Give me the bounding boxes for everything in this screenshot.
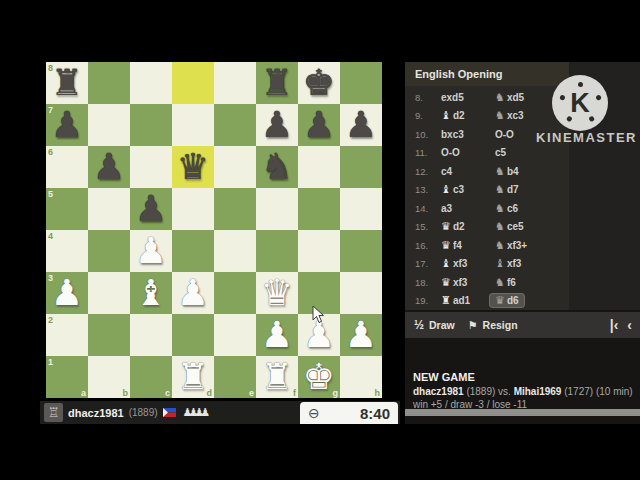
rank-label: 6: [48, 147, 53, 157]
move-white[interactable]: O-O: [441, 147, 495, 158]
square-c1[interactable]: c: [130, 356, 172, 398]
white-pawn-d3[interactable]: ♟: [172, 272, 214, 314]
bishop-icon: ♝: [495, 258, 505, 269]
move-text: xc3: [507, 110, 524, 121]
move-white[interactable]: c4: [441, 166, 495, 177]
move-row: 18.♛xf3♞f6: [405, 273, 640, 292]
square-c3[interactable]: ♝: [130, 272, 172, 314]
queen-icon: ♛: [495, 295, 505, 306]
square-h6[interactable]: [340, 146, 382, 188]
move-text: xf3+: [507, 240, 527, 251]
square-c6[interactable]: [130, 146, 172, 188]
move-row: 17.♝xf3♝xf3: [405, 255, 640, 274]
square-g7[interactable]: ♟: [298, 104, 340, 146]
file-label: b: [123, 388, 129, 398]
move-black[interactable]: ♞f6: [495, 277, 516, 288]
square-b7[interactable]: [88, 104, 130, 146]
square-d7[interactable]: [172, 104, 214, 146]
queen-icon: ♛: [441, 277, 451, 288]
move-row: 11.O-Oc5: [405, 144, 640, 163]
move-number: 11.: [415, 147, 441, 158]
move-black[interactable]: ♞xd5: [495, 92, 524, 103]
square-f3[interactable]: ♛: [256, 272, 298, 314]
move-black[interactable]: ♞ce5: [495, 221, 524, 232]
black-rook-a8[interactable]: ♜: [46, 62, 88, 104]
white-rook-d1[interactable]: ♜: [172, 356, 214, 398]
knight-icon: ♞: [495, 203, 505, 214]
new-game-section: NEW GAME dhacz1981 (1889) vs. Mihai1969 …: [413, 371, 638, 412]
move-number: 19.: [415, 295, 441, 306]
new-game-title: NEW GAME: [413, 371, 638, 383]
white-pawn-c4[interactable]: ♟: [130, 230, 172, 272]
square-e5[interactable]: [214, 188, 256, 230]
rank-label: 2: [48, 315, 53, 325]
square-a7[interactable]: 7♟: [46, 104, 88, 146]
square-a5[interactable]: 5: [46, 188, 88, 230]
philippines-flag-icon: [163, 408, 176, 417]
move-row: 12.c4♞b4: [405, 162, 640, 181]
knight-icon: ♞: [495, 110, 505, 121]
square-h7[interactable]: ♟: [340, 104, 382, 146]
square-a6[interactable]: 6: [46, 146, 88, 188]
new-game-black-name: Mihai1969: [514, 386, 562, 397]
white-bishop-c3[interactable]: ♝: [130, 272, 172, 314]
move-white[interactable]: bxc3: [441, 129, 495, 140]
player-avatar[interactable]: ♖: [44, 403, 63, 422]
square-a1[interactable]: 1a: [46, 356, 88, 398]
square-b4[interactable]: [88, 230, 130, 272]
move-number: 16.: [415, 240, 441, 251]
square-e8[interactable]: [214, 62, 256, 104]
move-black[interactable]: ♛d6: [490, 294, 524, 307]
move-row: 14.a3♞c6: [405, 199, 640, 218]
knight-icon: ♞: [495, 166, 505, 177]
mouse-cursor: [312, 305, 325, 328]
square-b8[interactable]: [88, 62, 130, 104]
black-knight-f6[interactable]: ♞: [256, 146, 298, 188]
move-text: c5: [495, 147, 506, 158]
move-white[interactable]: ♝d2: [441, 110, 495, 121]
queen-icon: ♛: [441, 221, 451, 232]
move-white[interactable]: ♛f4: [441, 240, 495, 251]
move-number: 14.: [415, 203, 441, 214]
opening-name: English Opening: [405, 62, 569, 86]
square-f7[interactable]: ♟: [256, 104, 298, 146]
square-c5[interactable]: ♟: [130, 188, 172, 230]
white-pawn-a3[interactable]: ♟: [46, 272, 88, 314]
square-h4[interactable]: [340, 230, 382, 272]
panel-bottom-strip: [405, 409, 640, 416]
bishop-icon: ♝: [441, 110, 451, 121]
move-number: 10.: [415, 129, 441, 140]
move-black[interactable]: c5: [495, 147, 506, 158]
square-e6[interactable]: [214, 146, 256, 188]
logo-dot: [578, 82, 583, 87]
bishop-icon: ♝: [441, 184, 451, 195]
square-g5[interactable]: [298, 188, 340, 230]
square-g1[interactable]: g♚: [298, 356, 340, 398]
new-game-players: dhacz1981 (1889) vs. Mihai1969 (1727) (1…: [413, 386, 638, 397]
file-label: e: [249, 388, 254, 398]
first-move-button[interactable]: |‹: [610, 318, 619, 332]
square-e7[interactable]: [214, 104, 256, 146]
kinemaster-watermark-text: KINEMASTER: [536, 130, 640, 145]
captured-pawns: ♟♟♟♟: [183, 406, 206, 419]
move-white[interactable]: ♛d2: [441, 221, 495, 232]
move-row: 15.♛d2♞ce5: [405, 218, 640, 237]
white-pawn-h2[interactable]: ♟: [340, 314, 382, 356]
move-white[interactable]: ♝xf3: [441, 258, 495, 269]
new-game-white-name: dhacz1981: [413, 386, 464, 397]
player-rating: (1889): [129, 407, 158, 418]
square-b2[interactable]: [88, 314, 130, 356]
black-pawn-h7[interactable]: ♟: [340, 104, 382, 146]
move-black[interactable]: ♞xf3+: [495, 240, 527, 251]
black-king-g8[interactable]: ♚: [298, 62, 340, 104]
square-g4[interactable]: [298, 230, 340, 272]
white-queen-f3[interactable]: ♛: [256, 272, 298, 314]
kinemaster-logo-icon: K: [552, 75, 608, 131]
square-f2[interactable]: ♟: [256, 314, 298, 356]
move-text: c3: [453, 184, 464, 195]
square-c8[interactable]: [130, 62, 172, 104]
move-text: xf3: [507, 258, 521, 269]
rank-label: 1: [48, 357, 53, 367]
knight-icon: ♞: [495, 184, 505, 195]
move-black[interactable]: ♝xf3: [495, 258, 521, 269]
square-d8[interactable]: [172, 62, 214, 104]
square-f8[interactable]: ♜: [256, 62, 298, 104]
white-king-g1[interactable]: ♚: [298, 356, 340, 398]
move-text: bxc3: [441, 129, 464, 140]
white-clock[interactable]: ⊖ 8:40: [300, 402, 398, 424]
chess-board[interactable]: 8♜♜♚7♟♟♟♟6♟♛♞5♟4♟3♟♝♟♛2♟♟♟1abcd♜ef♜g♚h: [46, 62, 382, 398]
square-f1[interactable]: f♜: [256, 356, 298, 398]
square-d2[interactable]: [172, 314, 214, 356]
move-text: O-O: [441, 147, 460, 158]
black-pawn-g7[interactable]: ♟: [298, 104, 340, 146]
square-c4[interactable]: ♟: [130, 230, 172, 272]
rank-label: 4: [48, 231, 53, 241]
black-pawn-c5[interactable]: ♟: [130, 188, 172, 230]
move-black[interactable]: ♞xc3: [495, 110, 524, 121]
move-text: d2: [453, 110, 465, 121]
knight-icon: ♞: [495, 277, 505, 288]
square-b3[interactable]: [88, 272, 130, 314]
square-d3[interactable]: ♟: [172, 272, 214, 314]
square-a4[interactable]: 4: [46, 230, 88, 272]
move-white[interactable]: ♛xf3: [441, 277, 495, 288]
square-e3[interactable]: [214, 272, 256, 314]
draw-half-icon[interactable]: ½: [414, 318, 424, 332]
square-a8[interactable]: 8♜: [46, 62, 88, 104]
square-f4[interactable]: [256, 230, 298, 272]
square-e2[interactable]: [214, 314, 256, 356]
knight-icon: ♞: [495, 92, 505, 103]
move-white[interactable]: ♝c3: [441, 184, 495, 195]
square-g6[interactable]: [298, 146, 340, 188]
move-text: ad1: [453, 295, 470, 306]
move-number: 12.: [415, 166, 441, 177]
move-black[interactable]: ♞d7: [495, 184, 519, 195]
file-label: a: [81, 388, 86, 398]
square-d6[interactable]: ♛: [172, 146, 214, 188]
move-white[interactable]: a3: [441, 203, 495, 214]
knight-icon: ♞: [495, 221, 505, 232]
square-h3[interactable]: [340, 272, 382, 314]
move-black[interactable]: O-O: [495, 129, 514, 140]
square-a3[interactable]: 3♟: [46, 272, 88, 314]
move-text: ce5: [507, 221, 524, 232]
move-number: 18.: [415, 277, 441, 288]
move-text: xf3: [453, 277, 467, 288]
white-pawn-f2[interactable]: ♟: [256, 314, 298, 356]
clock-time: 8:40: [360, 405, 390, 422]
new-game-time-control: (10 min): [596, 386, 633, 397]
square-d5[interactable]: [172, 188, 214, 230]
move-text: exd5: [441, 92, 464, 103]
queen-icon: ♛: [441, 240, 451, 251]
rank-label: 5: [48, 189, 53, 199]
black-rook-f8[interactable]: ♜: [256, 62, 298, 104]
move-text: a3: [441, 203, 452, 214]
move-text: d6: [507, 295, 519, 306]
black-pawn-b6[interactable]: ♟: [88, 146, 130, 188]
move-text: xd5: [507, 92, 524, 103]
square-b6[interactable]: ♟: [88, 146, 130, 188]
move-text: O-O: [495, 129, 514, 140]
rook-icon: ♜: [441, 295, 451, 306]
move-number: 8.: [415, 92, 441, 103]
move-number: 17.: [415, 258, 441, 269]
square-f5[interactable]: [256, 188, 298, 230]
move-text: f4: [453, 240, 462, 251]
move-text: b4: [507, 166, 519, 177]
white-rook-f1[interactable]: ♜: [256, 356, 298, 398]
file-label: h: [375, 388, 381, 398]
square-e4[interactable]: [214, 230, 256, 272]
player-name[interactable]: dhacz1981: [68, 407, 124, 419]
move-black[interactable]: ♞b4: [495, 166, 519, 177]
move-white[interactable]: ♜ad1: [441, 295, 495, 306]
move-text: d2: [453, 221, 465, 232]
game-controls-bar: ½ Draw ⚑ Resign |‹ ‹: [405, 312, 640, 338]
resign-button[interactable]: Resign: [483, 319, 518, 331]
move-text: c4: [441, 166, 452, 177]
square-c7[interactable]: [130, 104, 172, 146]
move-row: 16.♛f4♞xf3+: [405, 236, 640, 255]
move-text: c6: [507, 203, 518, 214]
square-b1[interactable]: b: [88, 356, 130, 398]
square-f6[interactable]: ♞: [256, 146, 298, 188]
knight-icon: ♞: [495, 240, 505, 251]
previous-move-button[interactable]: ‹: [627, 318, 632, 332]
square-b5[interactable]: [88, 188, 130, 230]
black-pawn-f7[interactable]: ♟: [256, 104, 298, 146]
move-number: 13.: [415, 184, 441, 195]
black-queen-d6[interactable]: ♛: [172, 146, 214, 188]
move-white[interactable]: exd5: [441, 92, 495, 103]
zoom-out-icon[interactable]: ⊖: [308, 405, 320, 421]
move-text: xf3: [453, 258, 467, 269]
black-pawn-a7[interactable]: ♟: [46, 104, 88, 146]
file-label: c: [165, 388, 170, 398]
move-text: d7: [507, 184, 519, 195]
move-black[interactable]: ♞c6: [495, 203, 518, 214]
resign-flag-icon[interactable]: ⚑: [468, 319, 478, 332]
square-h8[interactable]: [340, 62, 382, 104]
square-d4[interactable]: [172, 230, 214, 272]
draw-button[interactable]: Draw: [429, 319, 455, 331]
move-row: 19.♜ad1♛d6: [405, 292, 640, 311]
bishop-icon: ♝: [441, 258, 451, 269]
square-a2[interactable]: 2: [46, 314, 88, 356]
square-h2[interactable]: ♟: [340, 314, 382, 356]
screenshot-canvas: { "game": "chess", "position": { "fen": …: [0, 0, 640, 480]
square-e1[interactable]: e: [214, 356, 256, 398]
move-number: 9.: [415, 110, 441, 121]
move-text: f6: [507, 277, 516, 288]
square-c2[interactable]: [130, 314, 172, 356]
square-h5[interactable]: [340, 188, 382, 230]
move-number: 15.: [415, 221, 441, 232]
square-g8[interactable]: ♚: [298, 62, 340, 104]
square-d1[interactable]: d♜: [172, 356, 214, 398]
square-h1[interactable]: h: [340, 356, 382, 398]
move-row: 13.♝c3♞d7: [405, 181, 640, 200]
